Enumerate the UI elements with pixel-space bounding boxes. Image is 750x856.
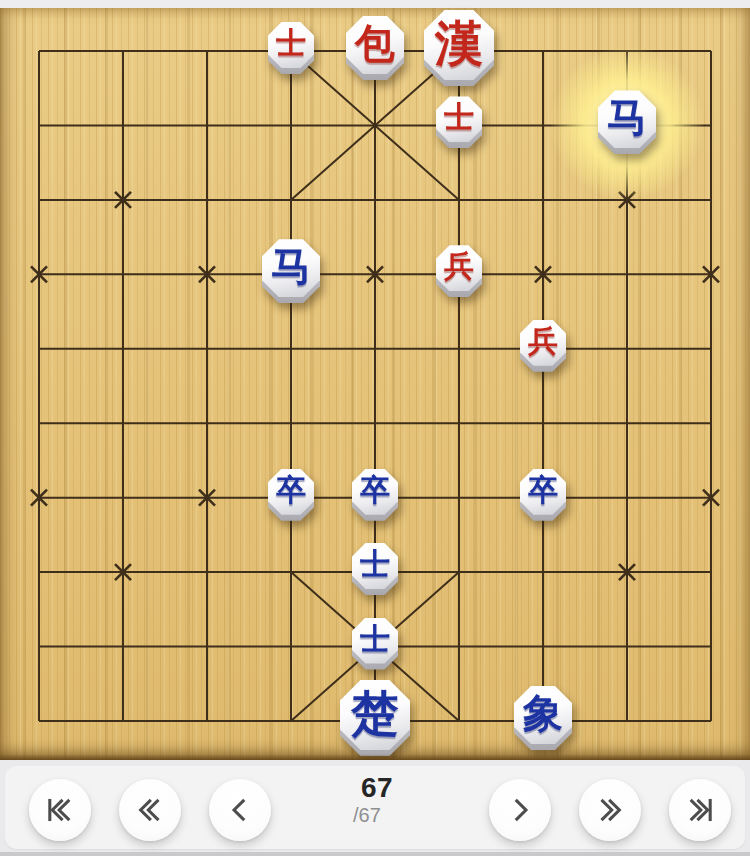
piece-cho-horse[interactable]: 马	[262, 239, 320, 297]
piece-face: 马	[262, 239, 320, 297]
piece-cho-elephant[interactable]: 象	[514, 686, 572, 744]
piece-glyph-soldier: 兵	[528, 326, 558, 356]
piece-han-guard[interactable]: 士	[268, 22, 314, 68]
piece-glyph-soldier: 卒	[276, 475, 306, 505]
move-counter: 67 /67	[327, 772, 427, 826]
piece-face: 楚	[340, 680, 410, 750]
piece-glyph-soldier: 卒	[360, 475, 390, 505]
piece-face: 卒	[520, 469, 566, 515]
piece-cho-guard[interactable]: 士	[352, 543, 398, 589]
piece-glyph-soldier: 卒	[528, 475, 558, 505]
total-moves: /67	[353, 804, 413, 826]
piece-glyph-horse: 马	[607, 97, 647, 137]
piece-face: 卒	[352, 469, 398, 515]
piece-glyph-general: 楚	[351, 689, 399, 737]
piece-cho-horse[interactable]: 马	[598, 90, 656, 148]
skip-to-end-icon	[683, 793, 717, 827]
piece-cho-guard[interactable]: 士	[352, 618, 398, 664]
piece-face: 士	[268, 22, 314, 68]
skip-to-start-icon	[43, 793, 77, 827]
piece-glyph-soldier: 兵	[444, 251, 474, 281]
first-move-button[interactable]	[29, 779, 91, 841]
piece-han-soldier[interactable]: 兵	[520, 320, 566, 366]
forward-one-button[interactable]	[489, 779, 551, 841]
bottom-divider	[0, 852, 750, 856]
piece-glyph-guard: 士	[360, 549, 390, 579]
piece-han-soldier[interactable]: 兵	[436, 245, 482, 291]
current-move-number: 67	[327, 772, 427, 804]
piece-glyph-cannon: 包	[355, 23, 395, 63]
forward-ten-button[interactable]	[579, 779, 641, 841]
piece-cho-soldier[interactable]: 卒	[352, 469, 398, 515]
back-ten-button[interactable]	[119, 779, 181, 841]
top-status-strip	[0, 0, 750, 8]
piece-face: 兵	[520, 320, 566, 366]
piece-han-cannon[interactable]: 包	[346, 16, 404, 74]
navigation-bar: 67 /67	[0, 760, 750, 856]
piece-face: 包	[346, 16, 404, 74]
chevron-right-icon	[503, 793, 537, 827]
piece-face: 士	[436, 96, 482, 142]
navigation-panel: 67 /67	[5, 766, 745, 849]
last-move-button[interactable]	[669, 779, 731, 841]
piece-face: 兵	[436, 245, 482, 291]
piece-glyph-guard: 士	[276, 28, 306, 58]
piece-face: 士	[352, 618, 398, 664]
piece-face: 士	[352, 543, 398, 589]
janggi-board[interactable]: 士包漢士马马兵兵卒卒卒士士楚象	[0, 8, 750, 760]
chevron-left-icon	[223, 793, 257, 827]
piece-glyph-horse: 马	[271, 246, 311, 286]
double-chevron-left-icon	[133, 793, 167, 827]
piece-face: 卒	[268, 469, 314, 515]
piece-han-guard[interactable]: 士	[436, 96, 482, 142]
piece-face: 马	[598, 90, 656, 148]
piece-face: 象	[514, 686, 572, 744]
piece-glyph-guard: 士	[360, 624, 390, 654]
piece-cho-soldier[interactable]: 卒	[268, 469, 314, 515]
piece-cho-soldier[interactable]: 卒	[520, 469, 566, 515]
piece-glyph-elephant: 象	[523, 693, 563, 733]
piece-cho-general[interactable]: 楚	[340, 680, 410, 750]
piece-glyph-guard: 士	[444, 102, 474, 132]
double-chevron-right-icon	[593, 793, 627, 827]
piece-han-general[interactable]: 漢	[424, 10, 494, 80]
back-one-button[interactable]	[209, 779, 271, 841]
piece-face: 漢	[424, 10, 494, 80]
piece-glyph-general: 漢	[435, 19, 483, 67]
